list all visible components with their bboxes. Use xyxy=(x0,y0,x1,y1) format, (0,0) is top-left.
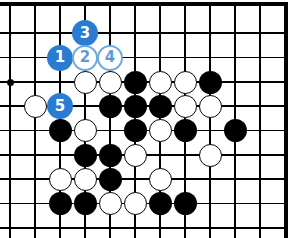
grid-line-vertical xyxy=(284,2,289,238)
white-stone xyxy=(174,95,197,118)
move-1-stone: 1 xyxy=(47,45,73,71)
move-number-label: 3 xyxy=(80,26,90,41)
white-stone xyxy=(174,71,197,94)
white-stone xyxy=(74,71,97,94)
grid-line-horizontal xyxy=(0,32,288,33)
black-stone xyxy=(124,95,147,118)
white-stone xyxy=(124,192,147,215)
grid-line-horizontal xyxy=(0,227,288,228)
grid-line-horizontal xyxy=(0,57,288,58)
black-stone xyxy=(49,119,72,142)
grid-line-vertical xyxy=(9,2,10,238)
white-stone xyxy=(149,168,172,191)
hoshi-point xyxy=(7,79,14,86)
grid-line-vertical xyxy=(259,2,260,238)
go-board: 31245 xyxy=(0,0,294,238)
grid-line-horizontal xyxy=(0,178,288,179)
white-stone xyxy=(149,71,172,94)
grid-line-horizontal xyxy=(0,2,288,7)
black-stone xyxy=(199,71,222,94)
move-2-stone: 2 xyxy=(72,45,98,71)
white-stone xyxy=(24,95,47,118)
white-stone xyxy=(49,168,72,191)
move-number-label: 4 xyxy=(105,50,115,65)
black-stone xyxy=(174,119,197,142)
black-stone xyxy=(149,192,172,215)
move-5-stone: 5 xyxy=(47,93,73,119)
move-number-label: 2 xyxy=(80,50,90,65)
white-stone xyxy=(124,144,147,167)
black-stone xyxy=(174,192,197,215)
black-stone xyxy=(124,71,147,94)
black-stone xyxy=(224,119,247,142)
move-number-label: 5 xyxy=(55,99,65,114)
move-3-stone: 3 xyxy=(72,20,98,46)
black-stone xyxy=(99,95,122,118)
grid-line-vertical xyxy=(209,2,210,238)
grid-line-vertical xyxy=(34,2,35,238)
white-stone xyxy=(199,95,222,118)
black-stone xyxy=(99,144,122,167)
black-stone xyxy=(99,168,122,191)
black-stone xyxy=(74,144,97,167)
black-stone xyxy=(49,192,72,215)
black-stone xyxy=(149,95,172,118)
white-stone xyxy=(74,168,97,191)
white-stone xyxy=(99,192,122,215)
white-stone xyxy=(99,71,122,94)
move-number-label: 1 xyxy=(55,50,65,65)
black-stone xyxy=(74,192,97,215)
white-stone xyxy=(149,119,172,142)
white-stone xyxy=(199,144,222,167)
white-stone xyxy=(74,119,97,142)
black-stone xyxy=(124,119,147,142)
move-4-stone: 4 xyxy=(97,45,123,71)
